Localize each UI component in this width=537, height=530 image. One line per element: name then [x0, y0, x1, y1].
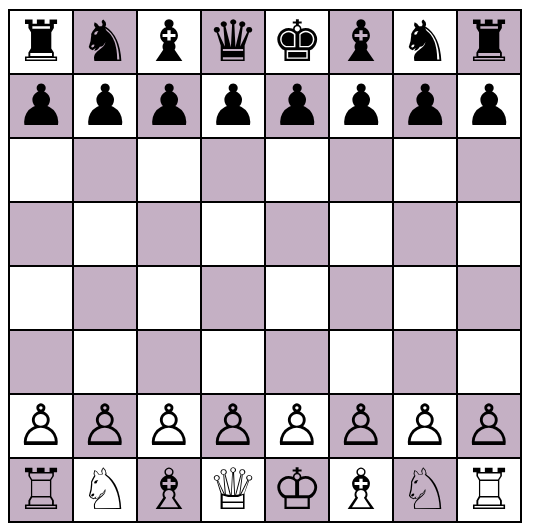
- square-c3[interactable]: [138, 331, 200, 393]
- black-king[interactable]: ♚: [271, 13, 322, 70]
- square-a5[interactable]: [10, 203, 72, 265]
- white-pawn[interactable]: ♙: [271, 397, 322, 454]
- white-rook[interactable]: ♖: [15, 461, 66, 518]
- square-h8[interactable]: ♜: [458, 11, 520, 73]
- white-pawn[interactable]: ♙: [143, 397, 194, 454]
- square-g3[interactable]: [394, 331, 456, 393]
- square-b3[interactable]: [74, 331, 136, 393]
- square-a3[interactable]: [10, 331, 72, 393]
- white-pawn[interactable]: ♙: [335, 397, 386, 454]
- black-pawn[interactable]: ♟: [15, 77, 66, 134]
- square-f6[interactable]: [330, 139, 392, 201]
- square-g8[interactable]: ♞: [394, 11, 456, 73]
- square-b4[interactable]: [74, 267, 136, 329]
- square-a8[interactable]: ♜: [10, 11, 72, 73]
- square-h3[interactable]: [458, 331, 520, 393]
- square-e5[interactable]: [266, 203, 328, 265]
- square-b8[interactable]: ♞: [74, 11, 136, 73]
- black-knight[interactable]: ♞: [399, 13, 450, 70]
- square-d8[interactable]: ♛: [202, 11, 264, 73]
- black-bishop[interactable]: ♝: [143, 13, 194, 70]
- square-b6[interactable]: [74, 139, 136, 201]
- square-f4[interactable]: [330, 267, 392, 329]
- square-f3[interactable]: [330, 331, 392, 393]
- square-b7[interactable]: ♟: [74, 75, 136, 137]
- square-a4[interactable]: [10, 267, 72, 329]
- chess-board: ♜♞♝♛♚♝♞♜♟♟♟♟♟♟♟♟♙♙♙♙♙♙♙♙♖♘♗♕♔♗♘♖: [8, 9, 522, 523]
- square-h6[interactable]: [458, 139, 520, 201]
- square-c8[interactable]: ♝: [138, 11, 200, 73]
- square-c6[interactable]: [138, 139, 200, 201]
- square-e3[interactable]: [266, 331, 328, 393]
- square-f8[interactable]: ♝: [330, 11, 392, 73]
- square-f1[interactable]: ♗: [330, 459, 392, 521]
- black-pawn[interactable]: ♟: [143, 77, 194, 134]
- square-g2[interactable]: ♙: [394, 395, 456, 457]
- square-g4[interactable]: [394, 267, 456, 329]
- square-d5[interactable]: [202, 203, 264, 265]
- square-h4[interactable]: [458, 267, 520, 329]
- black-pawn[interactable]: ♟: [335, 77, 386, 134]
- white-pawn[interactable]: ♙: [79, 397, 130, 454]
- black-pawn[interactable]: ♟: [79, 77, 130, 134]
- square-e7[interactable]: ♟: [266, 75, 328, 137]
- square-d3[interactable]: [202, 331, 264, 393]
- square-a1[interactable]: ♖: [10, 459, 72, 521]
- square-d4[interactable]: [202, 267, 264, 329]
- black-pawn[interactable]: ♟: [399, 77, 450, 134]
- white-rook[interactable]: ♖: [463, 461, 514, 518]
- white-pawn[interactable]: ♙: [399, 397, 450, 454]
- square-b5[interactable]: [74, 203, 136, 265]
- square-e6[interactable]: [266, 139, 328, 201]
- square-e2[interactable]: ♙: [266, 395, 328, 457]
- square-g7[interactable]: ♟: [394, 75, 456, 137]
- square-f5[interactable]: [330, 203, 392, 265]
- white-bishop[interactable]: ♗: [335, 461, 386, 518]
- square-b1[interactable]: ♘: [74, 459, 136, 521]
- square-c7[interactable]: ♟: [138, 75, 200, 137]
- square-a7[interactable]: ♟: [10, 75, 72, 137]
- square-g5[interactable]: [394, 203, 456, 265]
- black-pawn[interactable]: ♟: [271, 77, 322, 134]
- white-bishop[interactable]: ♗: [143, 461, 194, 518]
- black-queen[interactable]: ♛: [207, 13, 258, 70]
- white-knight[interactable]: ♘: [399, 461, 450, 518]
- square-c1[interactable]: ♗: [138, 459, 200, 521]
- square-h1[interactable]: ♖: [458, 459, 520, 521]
- square-c4[interactable]: [138, 267, 200, 329]
- black-pawn[interactable]: ♟: [463, 77, 514, 134]
- chess-app-window: ♜♞♝♛♚♝♞♜♟♟♟♟♟♟♟♟♙♙♙♙♙♙♙♙♖♘♗♕♔♗♘♖: [0, 0, 537, 530]
- white-queen[interactable]: ♕: [207, 461, 258, 518]
- square-g1[interactable]: ♘: [394, 459, 456, 521]
- square-e4[interactable]: [266, 267, 328, 329]
- square-e1[interactable]: ♔: [266, 459, 328, 521]
- black-rook[interactable]: ♜: [15, 13, 66, 70]
- square-c2[interactable]: ♙: [138, 395, 200, 457]
- white-knight[interactable]: ♘: [79, 461, 130, 518]
- square-b2[interactable]: ♙: [74, 395, 136, 457]
- square-c5[interactable]: [138, 203, 200, 265]
- square-a6[interactable]: [10, 139, 72, 201]
- black-bishop[interactable]: ♝: [335, 13, 386, 70]
- square-d1[interactable]: ♕: [202, 459, 264, 521]
- white-pawn[interactable]: ♙: [463, 397, 514, 454]
- square-e8[interactable]: ♚: [266, 11, 328, 73]
- square-h2[interactable]: ♙: [458, 395, 520, 457]
- black-knight[interactable]: ♞: [79, 13, 130, 70]
- white-pawn[interactable]: ♙: [15, 397, 66, 454]
- square-a2[interactable]: ♙: [10, 395, 72, 457]
- square-f2[interactable]: ♙: [330, 395, 392, 457]
- square-h7[interactable]: ♟: [458, 75, 520, 137]
- square-g6[interactable]: [394, 139, 456, 201]
- square-h5[interactable]: [458, 203, 520, 265]
- black-pawn[interactable]: ♟: [207, 77, 258, 134]
- white-king[interactable]: ♔: [271, 461, 322, 518]
- square-d6[interactable]: [202, 139, 264, 201]
- black-rook[interactable]: ♜: [463, 13, 514, 70]
- square-d7[interactable]: ♟: [202, 75, 264, 137]
- white-pawn[interactable]: ♙: [207, 397, 258, 454]
- square-f7[interactable]: ♟: [330, 75, 392, 137]
- square-d2[interactable]: ♙: [202, 395, 264, 457]
